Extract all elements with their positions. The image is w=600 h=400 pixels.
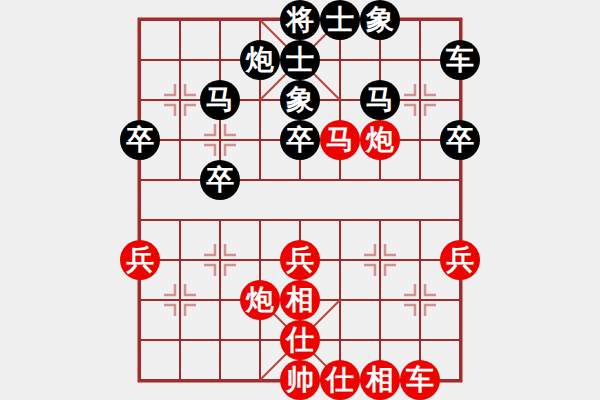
piece-red-elephant[interactable]: 相 [280, 280, 320, 320]
piece-black-general[interactable]: 将 [280, 0, 320, 40]
point-marker [385, 265, 396, 276]
piece-black-soldier[interactable]: 卒 [440, 120, 480, 160]
point-marker [225, 265, 236, 276]
point-marker [164, 105, 175, 116]
point-marker [404, 105, 415, 116]
point-marker [385, 244, 396, 255]
point-marker [185, 105, 196, 116]
piece-red-chariot[interactable]: 车 [400, 360, 440, 400]
point-marker [364, 244, 375, 255]
piece-black-advisor[interactable]: 士 [280, 40, 320, 80]
piece-black-soldier[interactable]: 卒 [200, 160, 240, 200]
piece-red-horse[interactable]: 马 [320, 120, 360, 160]
piece-red-cannon[interactable]: 炮 [360, 120, 400, 160]
piece-black-horse[interactable]: 马 [360, 80, 400, 120]
piece-black-soldier[interactable]: 卒 [280, 120, 320, 160]
piece-red-soldier[interactable]: 兵 [120, 240, 160, 280]
point-marker [185, 284, 196, 295]
piece-black-elephant[interactable]: 象 [280, 80, 320, 120]
piece-red-general[interactable]: 帅 [280, 360, 320, 400]
point-marker [425, 84, 436, 95]
point-marker [364, 265, 375, 276]
piece-black-horse[interactable]: 马 [200, 80, 240, 120]
point-marker [164, 284, 175, 295]
piece-red-cannon[interactable]: 炮 [240, 280, 280, 320]
point-marker [404, 284, 415, 295]
point-marker [225, 124, 236, 135]
point-marker [425, 284, 436, 295]
point-marker [164, 84, 175, 95]
point-marker [164, 305, 175, 316]
point-marker [404, 84, 415, 95]
piece-red-soldier[interactable]: 兵 [440, 240, 480, 280]
point-marker [204, 244, 215, 255]
piece-red-soldier[interactable]: 兵 [280, 240, 320, 280]
piece-black-advisor[interactable]: 士 [320, 0, 360, 40]
xiangqi-board[interactable]: 将士象炮士车马象马卒卒马炮卒卒兵兵兵炮相仕帅仕相车 [0, 0, 600, 400]
point-marker [425, 105, 436, 116]
point-marker [225, 244, 236, 255]
piece-black-soldier[interactable]: 卒 [120, 120, 160, 160]
piece-red-elephant[interactable]: 相 [360, 360, 400, 400]
piece-red-advisor[interactable]: 仕 [320, 360, 360, 400]
point-marker [404, 305, 415, 316]
point-marker [204, 124, 215, 135]
point-marker [185, 305, 196, 316]
piece-black-elephant[interactable]: 象 [360, 0, 400, 40]
piece-black-chariot[interactable]: 车 [440, 40, 480, 80]
point-marker [425, 305, 436, 316]
point-marker [204, 265, 215, 276]
point-marker [204, 145, 215, 156]
piece-red-advisor[interactable]: 仕 [280, 320, 320, 360]
point-marker [185, 84, 196, 95]
piece-black-cannon[interactable]: 炮 [240, 40, 280, 80]
point-marker [225, 145, 236, 156]
